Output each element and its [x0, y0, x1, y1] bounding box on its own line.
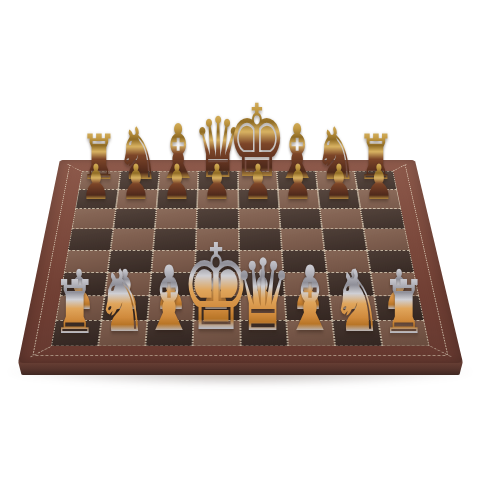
piece-white-knight-g1[interactable]: ♞: [332, 259, 383, 345]
square-h6[interactable]: [360, 209, 405, 229]
piece-white-rook-h1[interactable]: ♜: [382, 270, 426, 344]
piece-black-pawn-c7[interactable]: ♟: [162, 158, 191, 207]
piece-black-pawn-g7[interactable]: ♟: [324, 158, 353, 207]
corner-stitch-bottom-left: [30, 346, 51, 357]
piece-black-pawn-h7[interactable]: ♟: [365, 158, 394, 207]
square-b6[interactable]: [113, 209, 156, 229]
corner-stitch-top-left: [67, 164, 81, 171]
corner-stitch-bottom-right: [430, 346, 451, 357]
piece-black-pawn-a7[interactable]: ♟: [81, 158, 110, 207]
square-g6[interactable]: [319, 209, 363, 229]
piece-white-rook-a1[interactable]: ♜: [53, 270, 97, 344]
square-a6[interactable]: [71, 209, 115, 229]
square-a5[interactable]: [67, 229, 112, 250]
piece-black-pawn-d7[interactable]: ♟: [203, 158, 232, 207]
square-h5[interactable]: [363, 229, 409, 250]
piece-black-pawn-e7[interactable]: ♟: [243, 158, 272, 207]
piece-white-knight-b1[interactable]: ♞: [97, 259, 148, 345]
piece-black-pawn-b7[interactable]: ♟: [122, 158, 151, 207]
piece-black-pawn-f7[interactable]: ♟: [284, 158, 313, 207]
chess-set-photo: ♜♞♝♛♚♝♞♜♟♟♟♟♟♟♟♟♟♟♟♟♟♟♟♟♜♞♝♚♛♝♞♜: [0, 0, 480, 480]
square-f6[interactable]: [278, 209, 321, 229]
piece-white-bishop-f1[interactable]: ♝: [284, 255, 337, 345]
corner-stitch-top-right: [393, 164, 407, 171]
